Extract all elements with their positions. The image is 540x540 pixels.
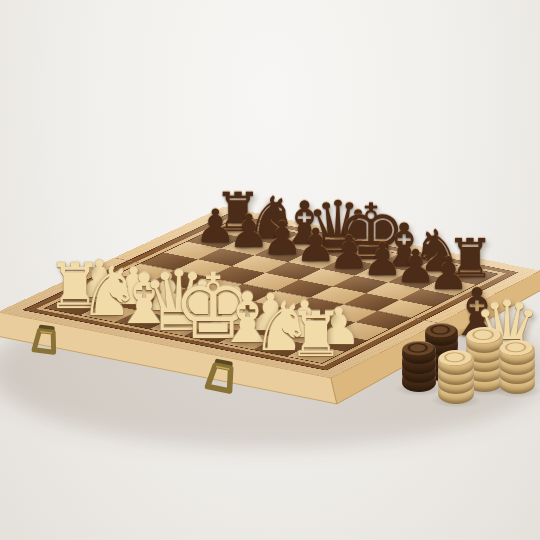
checker-disc-top-face	[426, 324, 457, 338]
chess-set-product-photo: ♜♞♝♛♚♝♞♜♟♟♟♟♟♟♟♟♟♟♟♟♟♟♟♟♜♞♝♛♚♝♞♜♝♛	[0, 0, 540, 540]
checker-disc-top-face	[467, 328, 502, 344]
checkers-layer	[0, 0, 540, 540]
checker-disc-top-face	[500, 341, 534, 356]
checker-disc-top-face	[439, 351, 473, 366]
